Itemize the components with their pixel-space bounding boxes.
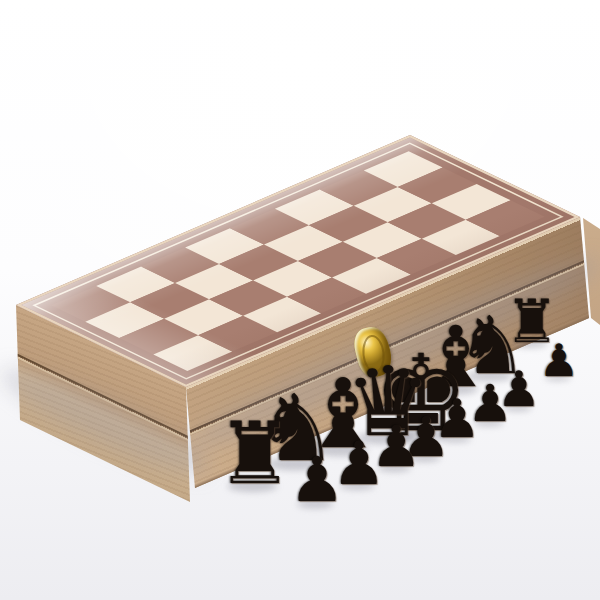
chess-piece-pawn: ♟: [539, 338, 579, 383]
chess-piece-rook: ♜: [216, 410, 293, 496]
chess-piece-pawn: ♟: [289, 449, 345, 511]
product-photo: ♜♞♝♛♚♝♞♜♟♟♟♟♟♟♟♟: [0, 0, 600, 600]
